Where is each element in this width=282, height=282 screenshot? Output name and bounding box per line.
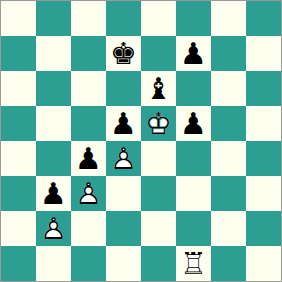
square-a1[interactable] <box>1 246 36 281</box>
square-g1[interactable] <box>211 246 246 281</box>
square-b4[interactable] <box>36 141 71 176</box>
piece-white-pawn-fill: ♟ <box>36 211 71 246</box>
square-b7[interactable] <box>36 36 71 71</box>
piece-white-king-fill: ♚ <box>141 106 176 141</box>
square-c1[interactable] <box>71 246 106 281</box>
square-h8[interactable] <box>246 1 281 36</box>
square-e7[interactable] <box>141 36 176 71</box>
square-h7[interactable] <box>246 36 281 71</box>
square-a4[interactable] <box>1 141 36 176</box>
square-f2[interactable] <box>176 211 211 246</box>
square-e6[interactable]: ♝ <box>141 71 176 106</box>
piece-white-pawn: ♙ <box>36 211 71 246</box>
square-c7[interactable] <box>71 36 106 71</box>
piece-black-pawn: ♟ <box>36 176 71 211</box>
square-h1[interactable] <box>246 246 281 281</box>
piece-black-king: ♚ <box>106 36 141 71</box>
piece-black-pawn: ♟ <box>106 106 141 141</box>
piece-white-pawn-fill: ♟ <box>106 141 141 176</box>
square-d4[interactable]: ♟♙ <box>106 141 141 176</box>
piece-white-pawn-fill: ♟ <box>71 176 106 211</box>
square-g4[interactable] <box>211 141 246 176</box>
piece-black-pawn: ♟ <box>176 106 211 141</box>
square-h4[interactable] <box>246 141 281 176</box>
piece-white-rook-fill: ♜ <box>176 246 211 281</box>
square-h2[interactable] <box>246 211 281 246</box>
square-c3[interactable]: ♟♙ <box>71 176 106 211</box>
piece-white-pawn: ♙ <box>71 176 106 211</box>
square-a8[interactable] <box>1 1 36 36</box>
square-f3[interactable] <box>176 176 211 211</box>
square-b2[interactable]: ♟♙ <box>36 211 71 246</box>
piece-black-pawn: ♟ <box>71 141 106 176</box>
square-g6[interactable] <box>211 71 246 106</box>
chess-board: ♚♟♝♟♚♔♟♟♟♙♟♟♙♟♙♜♖ <box>0 0 282 282</box>
square-b3[interactable]: ♟ <box>36 176 71 211</box>
square-h5[interactable] <box>246 106 281 141</box>
square-g8[interactable] <box>211 1 246 36</box>
piece-white-king: ♔ <box>141 106 176 141</box>
square-e4[interactable] <box>141 141 176 176</box>
square-f8[interactable] <box>176 1 211 36</box>
square-g3[interactable] <box>211 176 246 211</box>
square-d6[interactable] <box>106 71 141 106</box>
square-g7[interactable] <box>211 36 246 71</box>
square-e8[interactable] <box>141 1 176 36</box>
square-a6[interactable] <box>1 71 36 106</box>
square-b1[interactable] <box>36 246 71 281</box>
square-h3[interactable] <box>246 176 281 211</box>
square-a5[interactable] <box>1 106 36 141</box>
square-d3[interactable] <box>106 176 141 211</box>
square-f6[interactable] <box>176 71 211 106</box>
square-e1[interactable] <box>141 246 176 281</box>
square-b8[interactable] <box>36 1 71 36</box>
square-d2[interactable] <box>106 211 141 246</box>
square-d7[interactable]: ♚ <box>106 36 141 71</box>
square-h6[interactable] <box>246 71 281 106</box>
square-e5[interactable]: ♚♔ <box>141 106 176 141</box>
square-b5[interactable] <box>36 106 71 141</box>
square-d5[interactable]: ♟ <box>106 106 141 141</box>
square-a2[interactable] <box>1 211 36 246</box>
piece-black-pawn: ♟ <box>176 36 211 71</box>
square-f1[interactable]: ♜♖ <box>176 246 211 281</box>
square-g2[interactable] <box>211 211 246 246</box>
square-e2[interactable] <box>141 211 176 246</box>
square-g5[interactable] <box>211 106 246 141</box>
piece-white-pawn: ♙ <box>106 141 141 176</box>
square-d1[interactable] <box>106 246 141 281</box>
square-f4[interactable] <box>176 141 211 176</box>
square-f7[interactable]: ♟ <box>176 36 211 71</box>
chess-diagram: ♚♟♝♟♚♔♟♟♟♙♟♟♙♟♙♜♖ <box>0 0 282 282</box>
square-c4[interactable]: ♟ <box>71 141 106 176</box>
square-c2[interactable] <box>71 211 106 246</box>
square-a3[interactable] <box>1 176 36 211</box>
square-e3[interactable] <box>141 176 176 211</box>
square-c8[interactable] <box>71 1 106 36</box>
square-a7[interactable] <box>1 36 36 71</box>
square-b6[interactable] <box>36 71 71 106</box>
piece-black-bishop: ♝ <box>141 71 176 106</box>
square-d8[interactable] <box>106 1 141 36</box>
square-c5[interactable] <box>71 106 106 141</box>
square-c6[interactable] <box>71 71 106 106</box>
piece-white-rook: ♖ <box>176 246 211 281</box>
square-f5[interactable]: ♟ <box>176 106 211 141</box>
